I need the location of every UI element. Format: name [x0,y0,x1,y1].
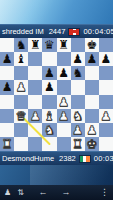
square-b5[interactable]: ♟ [14,80,28,94]
square-b6[interactable] [14,66,28,80]
square-d8[interactable]: ♛ [42,38,56,52]
piece-white-bishop: ♝ [42,109,56,123]
piece-white-pawn: ♟ [71,123,85,137]
square-c4[interactable] [28,95,42,109]
square-f1[interactable]: ♜ [71,137,85,151]
piece-black-pawn: ♟ [71,52,85,66]
piece-black-rook: ♜ [57,38,71,52]
top-player-name: shredded IM [2,25,44,39]
square-c5[interactable] [28,80,42,94]
piece-black-pawn: ♟ [0,80,14,94]
piece-black-rook: ♜ [28,38,42,52]
square-g4[interactable] [85,95,99,109]
piece-black-knight: ♞ [14,38,28,52]
square-h5[interactable] [99,80,113,94]
square-e3[interactable]: ♟ [57,109,71,123]
square-a8[interactable] [0,38,14,52]
square-h4[interactable] [99,95,113,109]
piece-black-pawn: ♟ [99,52,113,66]
square-d3[interactable]: ♝ [42,109,56,123]
square-b7[interactable]: ♝ [14,52,28,66]
square-h6[interactable] [99,66,113,80]
square-b3[interactable]: ♛ [14,109,28,123]
square-c6[interactable] [28,66,42,80]
square-f8[interactable] [71,38,85,52]
square-e5[interactable] [57,80,71,94]
square-h2[interactable] [99,123,113,137]
flag-stripe [76,29,79,35]
square-a2[interactable] [0,123,14,137]
bottom-player-name: DesmondHume [2,152,54,166]
piece-black-queen: ♛ [42,38,56,52]
square-d7[interactable] [42,52,56,66]
bottom-player-clock: 00:03:53 [94,152,113,166]
square-g2[interactable]: ♟ [85,123,99,137]
square-a1[interactable]: ♜ [0,137,14,151]
square-b4[interactable] [14,95,28,109]
square-h3[interactable]: ♟ [99,109,113,123]
flag-stripe [86,156,89,162]
piece-white-rook: ♜ [71,137,85,151]
square-h7[interactable]: ♟ [99,52,113,66]
forward-arrow-icon[interactable]: → [62,185,71,200]
top-player-bar: shredded IM 2447 00:04:05 • [0,24,113,38]
square-e6[interactable]: ♟ [57,66,71,80]
chess-board: ♞♜♛♜♚♟♝♟♟♟♟♟♞♟♟♟♟♛♟♝♟♞♟♞♟♟♜♜♚ [0,38,113,151]
piece-white-pawn: ♟ [57,109,71,123]
square-b1[interactable] [14,137,28,151]
piece-white-rook: ♜ [0,137,14,151]
square-b2[interactable] [14,123,28,137]
square-g7[interactable]: ♟ [85,52,99,66]
square-f5[interactable] [71,80,85,94]
square-g3[interactable] [85,109,99,123]
wallpaper-bottom [0,165,113,185]
square-h8[interactable] [99,38,113,52]
piece-black-king: ♚ [85,38,99,52]
square-e2[interactable] [57,123,71,137]
square-g5[interactable] [85,80,99,94]
wallpaper-top [0,0,113,24]
square-f6[interactable]: ♞ [71,66,85,80]
ireland-flag-icon [79,155,91,163]
square-c2[interactable] [28,123,42,137]
square-a3[interactable] [0,109,14,123]
square-f3[interactable]: ♞ [71,109,85,123]
piece-white-knight: ♞ [42,123,56,137]
piece-white-pawn: ♟ [85,123,99,137]
square-e8[interactable]: ♜ [57,38,71,52]
bottom-toolbar: ♟ ⇅ ← → ⋮ [0,185,113,200]
bottom-player-rating: 2382 [59,152,76,166]
piece-white-pawn: ♟ [28,109,42,123]
piece-white-pawn: ♟ [14,80,28,94]
square-d4[interactable] [42,95,56,109]
chess-app-screen: shredded IM 2447 00:04:05 • ♞♜♛♜♚♟♝♟♟♟♟♟… [0,0,113,200]
square-d6[interactable]: ♟ [42,66,56,80]
piece-black-pawn: ♟ [42,66,56,80]
back-arrow-icon[interactable]: ← [39,185,48,200]
overflow-menu-icon[interactable]: ⋮ [100,185,109,200]
square-b8[interactable]: ♞ [14,38,28,52]
square-a6[interactable] [0,66,14,80]
piece-black-pawn: ♟ [57,66,71,80]
piece-white-pawn: ♟ [57,95,71,109]
bottom-player-bar: DesmondHume 2382 00:03:53 [0,151,113,165]
square-f4[interactable] [71,95,85,109]
square-d5[interactable]: ♟ [42,80,56,94]
piece-white-knight: ♞ [71,109,85,123]
square-c7[interactable] [28,52,42,66]
square-g8[interactable]: ♚ [85,38,99,52]
square-a7[interactable]: ♟ [0,52,14,66]
piece-black-pawn: ♟ [42,80,56,94]
top-player-rating: 2447 [49,25,66,39]
square-e7[interactable] [57,52,71,66]
piece-white-queen: ♛ [14,109,28,123]
canada-flag-icon [68,28,80,36]
piece-black-pawn: ♟ [0,52,14,66]
square-g6[interactable] [85,66,99,80]
piece-black-knight: ♞ [71,66,85,80]
wallpaper-sheen [0,0,100,24]
flip-board-icon[interactable]: ⇅ [17,185,24,200]
piece-white-pawn: ♟ [99,109,113,123]
square-c1[interactable] [28,137,42,151]
piece-white-king: ♚ [85,137,99,151]
square-e4[interactable]: ♟ [57,95,71,109]
square-d1[interactable] [42,137,56,151]
square-f7[interactable]: ♟ [71,52,85,66]
square-c3[interactable]: ♟ [28,109,42,123]
square-h1[interactable] [99,137,113,151]
square-d2[interactable]: ♞ [42,123,56,137]
square-e1[interactable] [57,137,71,151]
pieces-icon[interactable]: ♟ [4,185,11,200]
square-f2[interactable]: ♟ [71,123,85,137]
square-a4[interactable] [0,95,14,109]
top-player-clock: 00:04:05 [83,25,113,39]
square-c8[interactable]: ♜ [28,38,42,52]
square-a5[interactable]: ♟ [0,80,14,94]
square-g1[interactable]: ♚ [85,137,99,151]
piece-black-pawn: ♟ [85,52,99,66]
wallpaper-sheen [30,165,113,185]
piece-black-bishop: ♝ [14,52,28,66]
